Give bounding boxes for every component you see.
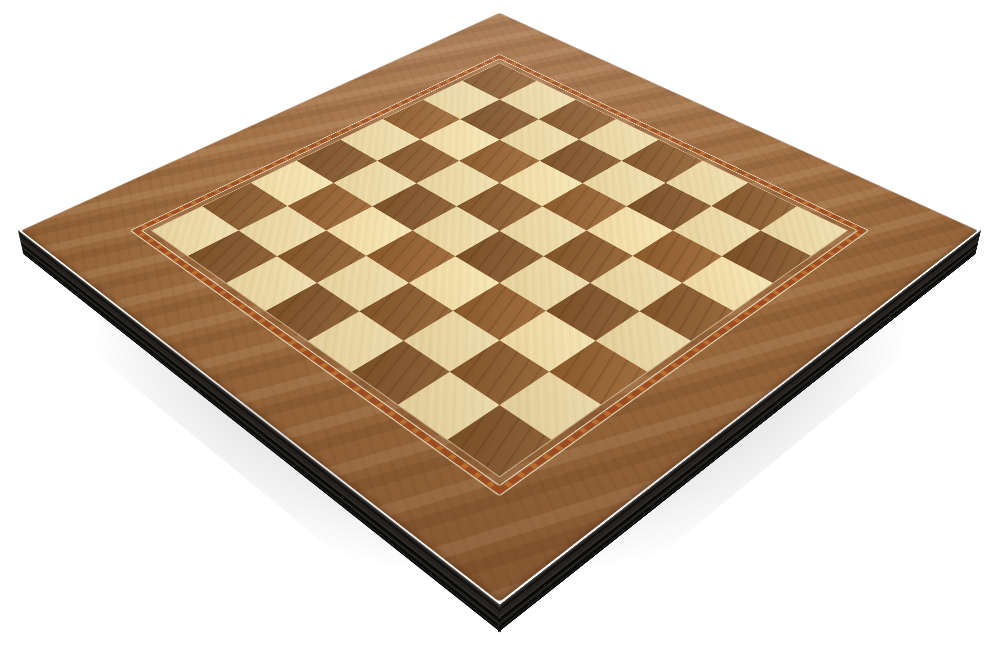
chess-board — [21, 13, 978, 602]
board-square — [546, 283, 639, 341]
board-square — [398, 372, 499, 440]
board-square — [500, 256, 591, 311]
board-square — [352, 340, 450, 404]
board-square — [308, 311, 404, 372]
board-square — [595, 311, 691, 372]
board-square — [682, 256, 773, 311]
board-square — [633, 231, 722, 283]
board-square — [455, 231, 544, 283]
board-square — [500, 372, 601, 440]
board-square — [450, 340, 548, 404]
board-square — [453, 283, 546, 341]
board-square — [317, 256, 408, 311]
board-square — [226, 256, 317, 311]
board-square — [188, 231, 277, 283]
board-top-surface — [21, 13, 978, 602]
board-square — [500, 311, 596, 372]
board-square — [408, 256, 499, 311]
board-square — [591, 256, 682, 311]
board-square — [266, 283, 359, 341]
board-square — [404, 311, 500, 372]
board-square — [366, 231, 455, 283]
product-photo — [0, 0, 1000, 655]
board-square — [640, 283, 733, 341]
board-square — [722, 231, 811, 283]
board-square — [359, 283, 452, 341]
board-square — [277, 231, 366, 283]
board-square — [447, 405, 551, 477]
board-square — [549, 340, 647, 404]
board-square — [544, 231, 633, 283]
